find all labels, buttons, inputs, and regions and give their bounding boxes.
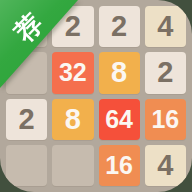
tile-16: 16 <box>145 99 186 140</box>
app-icon[interactable]: { "game": "2048", "position": "0 2 2 4 /… <box>0 0 192 192</box>
empty-cell <box>52 145 93 186</box>
tile-2: 2 <box>145 52 186 93</box>
tile-2: 2 <box>6 99 47 140</box>
tile-16: 16 <box>99 145 140 186</box>
tile-8: 8 <box>99 52 140 93</box>
tile-4: 4 <box>145 6 186 47</box>
ribbon-label: 荐 <box>7 6 50 49</box>
tile-8: 8 <box>52 99 93 140</box>
empty-cell <box>6 145 47 186</box>
tile-64: 64 <box>99 99 140 140</box>
corner-ribbon: 荐 <box>0 0 90 90</box>
tile-2: 2 <box>99 6 140 47</box>
ribbon-triangle: 荐 <box>0 0 90 90</box>
tile-4: 4 <box>145 145 186 186</box>
